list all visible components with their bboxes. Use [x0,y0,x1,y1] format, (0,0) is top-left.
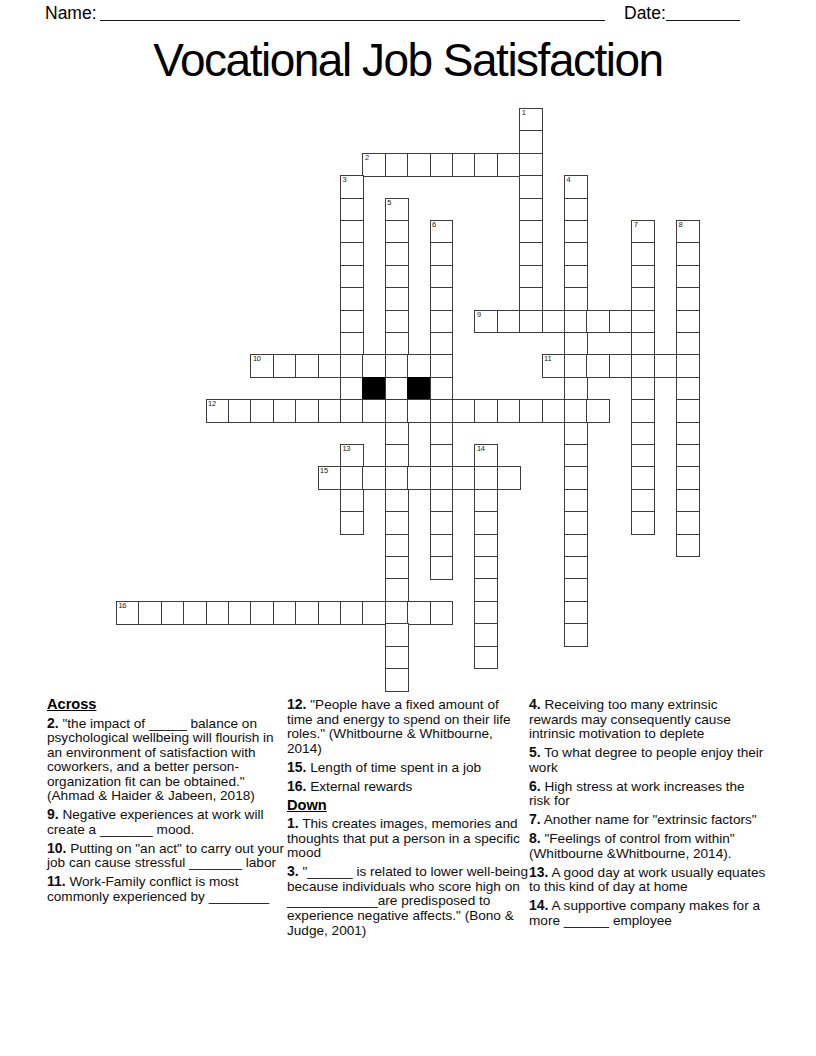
grid-cell[interactable] [564,466,588,490]
clue-number: 7. [529,811,541,827]
grid-cell[interactable] [676,354,700,378]
grid-cell[interactable] [474,534,498,558]
grid-cell[interactable] [474,646,498,670]
clues-down-group-2: 4. Receiving too many extrinsic rewards … [529,697,767,928]
down-heading: Down [287,798,528,814]
grid-cell[interactable] [183,601,207,625]
grid-cell[interactable] [564,198,588,222]
grid-cell[interactable]: 13 [340,444,364,468]
grid-cell[interactable] [564,578,588,602]
grid-cell[interactable] [385,354,409,378]
grid-cell[interactable] [430,489,454,513]
grid-cell[interactable] [318,399,342,423]
grid-cell[interactable] [385,646,409,670]
clue-number: 13. [529,864,548,880]
grid-cell[interactable] [609,354,633,378]
grid-cell[interactable] [430,466,454,490]
grid-cell[interactable] [273,601,297,625]
grid-cell[interactable] [340,601,364,625]
grid-cell[interactable] [452,153,476,177]
clues-column-1: Across 2. "the impact of _____ balance o… [47,697,286,908]
cell-number: 5 [387,199,391,207]
grid-cell[interactable] [250,601,274,625]
grid-cell[interactable] [631,466,655,490]
clues-down-group-1: 1. This creates images, memories and tho… [287,816,528,938]
grid-cell[interactable]: 9 [474,310,498,334]
grid-cell[interactable] [295,354,319,378]
grid-cell[interactable] [430,511,454,535]
grid-cell[interactable] [430,265,454,289]
clue-across-10: 10. Putting on "an act" to carry out you… [47,841,286,871]
grid-cell[interactable] [295,601,319,625]
clues-column-3: 4. Receiving too many extrinsic rewards … [529,697,767,932]
grid-cell[interactable] [676,444,700,468]
grid-cell[interactable] [385,399,409,423]
cell-number: 8 [679,221,683,229]
grid-cell[interactable] [385,310,409,334]
grid-cell[interactable] [385,287,409,311]
grid-cell[interactable] [385,444,409,468]
grid-cell[interactable] [430,287,454,311]
grid-cell[interactable]: 16 [116,601,140,625]
grid-cell[interactable] [430,534,454,558]
grid-cell[interactable] [564,511,588,535]
grid-cell[interactable] [340,265,364,289]
clue-number: 11. [47,873,66,889]
grid-cell[interactable] [430,601,454,625]
cell-number: 1 [522,109,526,117]
cell-number: 9 [477,311,481,319]
grid-cell[interactable] [474,489,498,513]
grid-cell[interactable] [362,466,386,490]
grid-cell[interactable] [340,511,364,535]
grid-cell[interactable] [430,332,454,356]
clue-across-11: 11. Work-Family conflict is most commonl… [47,874,286,904]
grid-cell[interactable] [542,399,566,423]
grid-cell[interactable] [474,153,498,177]
clue-number: 3. [287,863,299,879]
grid-cell[interactable] [385,422,409,446]
grid-cell[interactable] [631,242,655,266]
clue-across-2: 2. "the impact of _____ balance on psych… [47,716,286,804]
grid-cell[interactable] [474,623,498,647]
grid-cell[interactable] [676,377,700,401]
grid-cell[interactable] [161,601,185,625]
clue-down-3: 3. "______ is related to lower well-bein… [287,864,528,938]
blocked-cell [407,377,431,401]
grid-cell[interactable] [519,265,543,289]
grid-cell[interactable]: 7 [631,220,655,244]
grid-cell[interactable] [273,399,297,423]
clue-number: 12. [287,696,306,712]
grid-cell[interactable] [474,466,498,490]
grid-cell[interactable] [385,153,409,177]
grid-cell[interactable] [676,511,700,535]
grid-cell[interactable] [676,399,700,423]
grid-cell[interactable] [206,601,230,625]
clue-across-9: 9. Negative experiences at work will cre… [47,807,286,837]
grid-cell[interactable] [340,466,364,490]
grid-cell[interactable] [250,399,274,423]
grid-cell[interactable] [519,287,543,311]
clue-number: 2. [47,715,59,731]
grid-cell[interactable] [564,220,588,244]
clue-number: 5. [529,744,541,760]
grid-cell[interactable] [631,489,655,513]
clue-down-5: 5. To what degree to people enjoy their … [529,745,767,775]
grid-cell[interactable] [362,354,386,378]
grid-cell[interactable] [385,511,409,535]
grid-cell[interactable] [385,466,409,490]
grid-cell[interactable]: 14 [474,444,498,468]
grid-cell[interactable] [452,466,476,490]
grid-cell[interactable]: 12 [206,399,230,423]
grid-cell[interactable] [564,601,588,625]
grid-cell[interactable] [564,623,588,647]
grid-cell[interactable] [631,332,655,356]
cell-number: 7 [634,221,638,229]
grid-cell[interactable] [519,130,543,154]
clue-across-16: 16. External rewards [287,779,528,795]
grid-cell[interactable] [407,399,431,423]
grid-cell[interactable] [340,489,364,513]
name-blank-line[interactable] [100,2,605,21]
grid-cell[interactable] [474,601,498,625]
grid-cell[interactable]: 11 [542,354,566,378]
cell-number: 3 [343,176,347,184]
grid-cell[interactable] [340,377,364,401]
grid-cell[interactable] [430,377,454,401]
cell-number: 4 [567,176,571,184]
grid-cell[interactable] [474,399,498,423]
clue-number: 8. [529,830,541,846]
grid-cell[interactable] [340,332,364,356]
cell-number: 11 [544,355,551,363]
grid-cell[interactable] [564,489,588,513]
grid-cell[interactable] [430,444,454,468]
grid-cell[interactable] [474,511,498,535]
grid-cell[interactable]: 8 [676,220,700,244]
grid-cell[interactable] [385,220,409,244]
grid-cell[interactable] [295,399,319,423]
grid-cell[interactable] [519,153,543,177]
grid-cell[interactable] [407,466,431,490]
date-blank-line[interactable] [666,2,740,21]
grid-cell[interactable]: 3 [340,175,364,199]
grid-cell[interactable] [340,399,364,423]
grid-cell[interactable] [497,466,521,490]
grid-cell[interactable] [676,422,700,446]
grid-cell[interactable] [519,310,543,334]
grid-cell[interactable] [564,422,588,446]
grid-cell[interactable]: 5 [385,198,409,222]
grid-cell[interactable] [430,399,454,423]
grid-cell[interactable] [676,489,700,513]
grid-cell[interactable] [631,399,655,423]
cell-number: 12 [208,400,216,408]
grid-cell[interactable] [407,153,431,177]
grid-cell[interactable] [340,220,364,244]
grid-cell[interactable] [138,601,162,625]
clue-number: 15. [287,759,306,775]
clue-down-1: 1. This creates images, memories and tho… [287,816,528,861]
grid-cell[interactable] [519,242,543,266]
grid-cell[interactable] [385,242,409,266]
grid-cell[interactable] [385,623,409,647]
grid-cell[interactable] [385,489,409,513]
grid-cell[interactable] [430,242,454,266]
across-heading: Across [47,697,286,713]
cell-number: 13 [343,445,351,453]
grid-cell[interactable] [564,265,588,289]
grid-cell[interactable]: 1 [519,108,543,132]
grid-cell[interactable] [542,310,566,334]
grid-cell[interactable] [586,310,610,334]
cell-number: 2 [365,154,369,162]
grid-cell[interactable] [318,601,342,625]
grid-cell[interactable] [228,601,252,625]
clue-down-4: 4. Receiving too many extrinsic rewards … [529,697,767,742]
grid-cell[interactable] [654,354,678,378]
clue-down-7: 7. Another name for "extrinsic factors" [529,812,767,828]
clue-number: 9. [47,806,59,822]
clues-column-2: 12. "People have a fixed amount of time … [287,697,528,942]
clue-down-6: 6. High stress at work increases the ris… [529,779,767,809]
clue-number: 16. [287,778,306,794]
grid-cell[interactable] [631,354,655,378]
grid-cell[interactable] [609,310,633,334]
grid-cell[interactable] [519,399,543,423]
grid-cell[interactable] [631,511,655,535]
grid-cell[interactable] [631,265,655,289]
grid-cell[interactable] [407,601,431,625]
grid-cell[interactable] [631,287,655,311]
grid-cell[interactable] [340,242,364,266]
grid-cell[interactable]: 10 [250,354,274,378]
grid-cell[interactable] [273,354,297,378]
grid-cell[interactable] [676,466,700,490]
cell-number: 10 [253,355,261,363]
clue-across-12: 12. "People have a fixed amount of time … [287,697,528,756]
grid-cell[interactable] [676,242,700,266]
grid-cell[interactable] [631,377,655,401]
grid-cell[interactable] [340,354,364,378]
grid-cell[interactable] [519,220,543,244]
grid-cell[interactable] [676,287,700,311]
grid-cell[interactable] [564,287,588,311]
grid-cell[interactable]: 4 [564,175,588,199]
grid-cell[interactable] [340,198,364,222]
grid-cell[interactable] [430,310,454,334]
grid-cell[interactable] [385,556,409,580]
cell-number: 6 [432,221,436,229]
grid-cell[interactable] [676,310,700,334]
crossword-grid: 12345678910111213141516 [116,108,700,692]
grid-cell[interactable] [474,556,498,580]
clue-number: 10. [47,840,66,856]
grid-cell[interactable] [564,242,588,266]
blocked-cell [362,377,386,401]
cell-number: 14 [477,445,485,453]
grid-cell[interactable] [564,354,588,378]
clue-down-14: 14. A supportive company makes for a mor… [529,898,767,928]
grid-cell[interactable] [474,578,498,602]
clue-down-8: 8. "Feelings of control from within" (Wh… [529,831,767,861]
grid-cell[interactable] [228,399,252,423]
grid-cell[interactable] [385,377,409,401]
grid-cell[interactable]: 6 [430,220,454,244]
grid-cell[interactable]: 15 [318,466,342,490]
grid-cell[interactable] [631,422,655,446]
grid-cell[interactable] [586,399,610,423]
grid-cell[interactable] [564,534,588,558]
grid-cell[interactable] [564,556,588,580]
cell-number: 16 [119,602,127,610]
cell-number: 15 [320,467,328,475]
grid-cell[interactable] [564,377,588,401]
clue-across-15: 15. Length of time spent in a job [287,760,528,776]
clues-across-group-1: 2. "the impact of _____ balance on psych… [47,716,286,905]
clues-across-group-2: 12. "People have a fixed amount of time … [287,697,528,794]
grid-cell[interactable] [407,354,431,378]
grid-cell[interactable] [430,556,454,580]
grid-cell[interactable] [362,601,386,625]
clue-number: 14. [529,897,548,913]
grid-cell[interactable] [519,198,543,222]
grid-cell[interactable] [385,265,409,289]
grid-cell[interactable] [362,399,386,423]
grid-cell[interactable] [340,287,364,311]
grid-cell[interactable] [385,534,409,558]
clue-down-13: 13. A good day at work usually equates t… [529,865,767,895]
grid-cell[interactable] [676,265,700,289]
grid-cell[interactable] [564,332,588,356]
clue-number: 4. [529,696,541,712]
grid-cell[interactable] [385,668,409,692]
grid-cell[interactable] [586,354,610,378]
grid-cell[interactable] [497,399,521,423]
grid-cell[interactable] [676,534,700,558]
grid-cell[interactable] [497,153,521,177]
grid-cell[interactable] [676,332,700,356]
worksheet-page: Name: Date: Vocational Job Satisfaction … [0,0,816,1056]
date-label: Date: [624,3,666,24]
grid-cell[interactable] [564,399,588,423]
grid-cell[interactable] [340,310,364,334]
grid-cell[interactable] [631,310,655,334]
grid-cell[interactable] [564,444,588,468]
grid-cell[interactable] [452,399,476,423]
grid-cell[interactable] [631,444,655,468]
clue-number: 1. [287,815,299,831]
grid-cell[interactable]: 2 [362,153,386,177]
grid-cell[interactable] [497,310,521,334]
grid-cell[interactable] [564,310,588,334]
grid-cell[interactable] [385,332,409,356]
clue-number: 6. [529,778,541,794]
page-title: Vocational Job Satisfaction [0,33,816,87]
grid-cell[interactable] [430,153,454,177]
name-label: Name: [45,3,97,24]
grid-cell[interactable] [430,422,454,446]
grid-cell[interactable] [519,175,543,199]
grid-cell[interactable] [385,578,409,602]
grid-cell[interactable] [385,601,409,625]
grid-cell[interactable] [430,354,454,378]
grid-cell[interactable] [318,354,342,378]
